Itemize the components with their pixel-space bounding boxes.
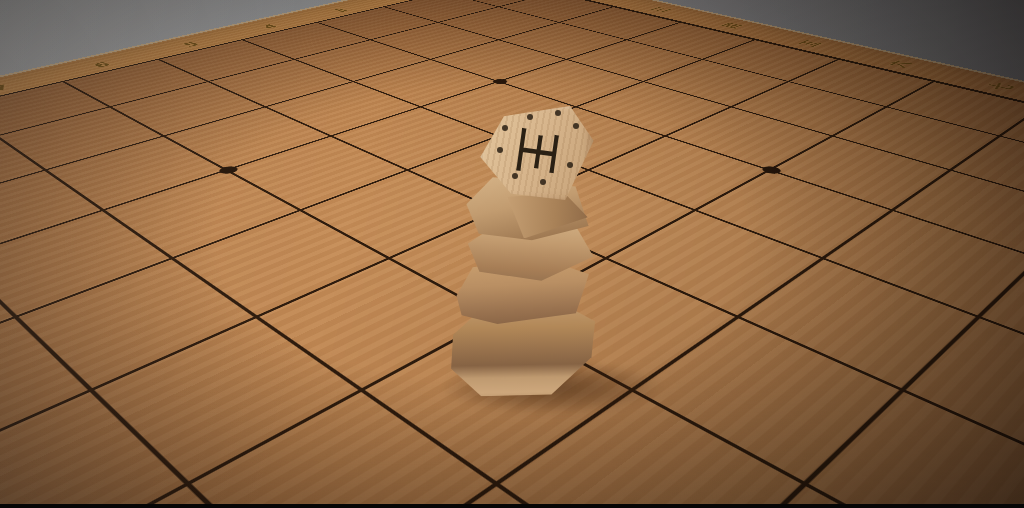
movement-dot (540, 179, 546, 185)
movement-dot (502, 125, 508, 131)
movement-dot (497, 147, 503, 153)
piece-stack[interactable]: 王 (0, 0, 1024, 508)
king-kanji: 王 (512, 127, 562, 177)
shogi-board-photo: 9 8 7 6 5 4 3 2 1 一 二 三 四 五 六 七 八 九 (0, 0, 1024, 508)
movement-dot (512, 173, 518, 179)
movement-dot (527, 114, 533, 120)
movement-dot (567, 162, 573, 168)
movement-dot (555, 110, 561, 116)
photo-bottom-border (0, 504, 1024, 508)
movement-dot (573, 123, 579, 129)
